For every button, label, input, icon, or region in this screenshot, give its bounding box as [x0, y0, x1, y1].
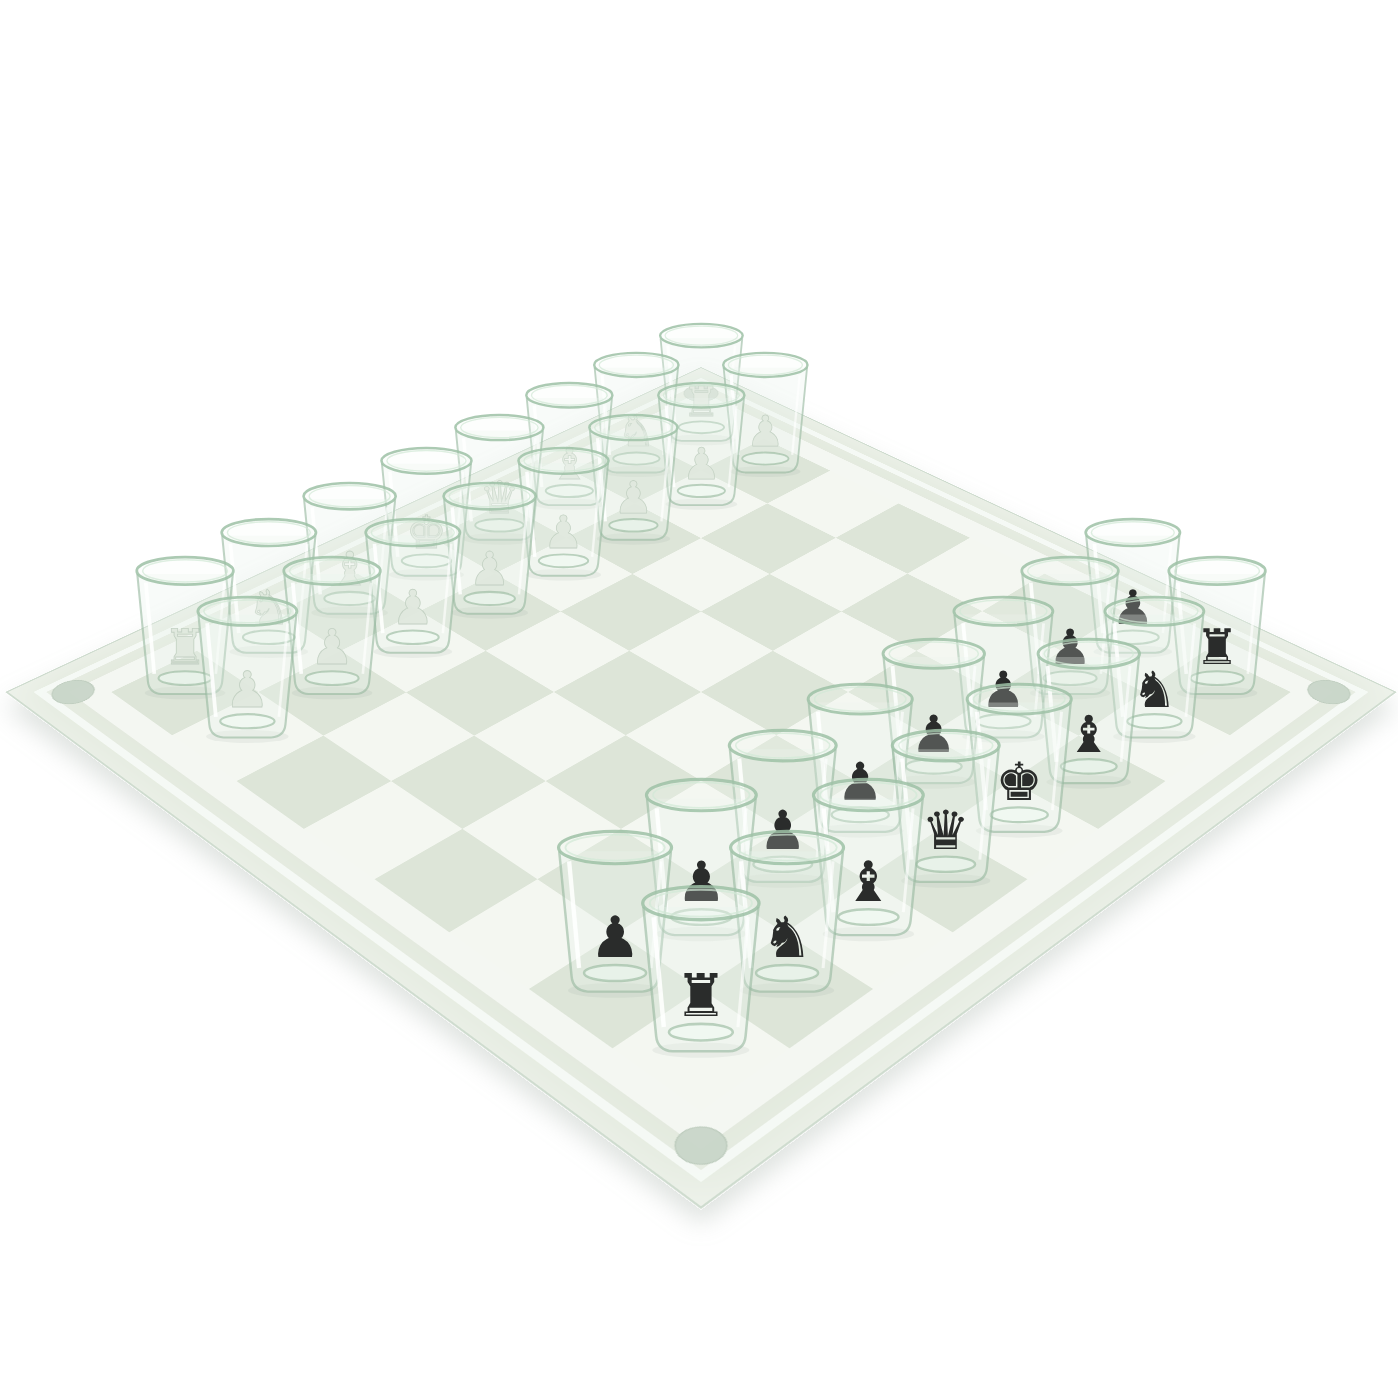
- svg-text:♟: ♟: [614, 472, 654, 523]
- shot-glass-white-pawn-h2: ♟: [193, 595, 302, 745]
- svg-text:♟: ♟: [746, 406, 784, 456]
- svg-text:♜: ♜: [675, 961, 728, 1030]
- svg-text:♟: ♟: [681, 439, 720, 489]
- svg-text:♝: ♝: [844, 850, 894, 915]
- shot-glass-black-rook-h8: ♜: [637, 884, 765, 1060]
- svg-text:♟: ♟: [589, 904, 640, 970]
- svg-text:♟: ♟: [392, 580, 435, 635]
- svg-text:♟: ♟: [543, 506, 584, 559]
- svg-text:♟: ♟: [311, 620, 355, 677]
- svg-text:♟: ♟: [469, 542, 511, 596]
- shot-glass-layer: ♜♞♝♛♚♝♞♜♟♟♟♟♟♟♟♟♟♟♟♟♟♟♟♟♜♞♝♚♛♝♞♜: [0, 0, 1398, 1398]
- product-photo-stage: ♜♞♝♛♚♝♞♜♟♟♟♟♟♟♟♟♟♟♟♟♟♟♟♟♜♞♝♚♛♝♞♜: [0, 0, 1398, 1398]
- svg-text:♟: ♟: [225, 661, 270, 719]
- svg-text:♞: ♞: [762, 904, 813, 970]
